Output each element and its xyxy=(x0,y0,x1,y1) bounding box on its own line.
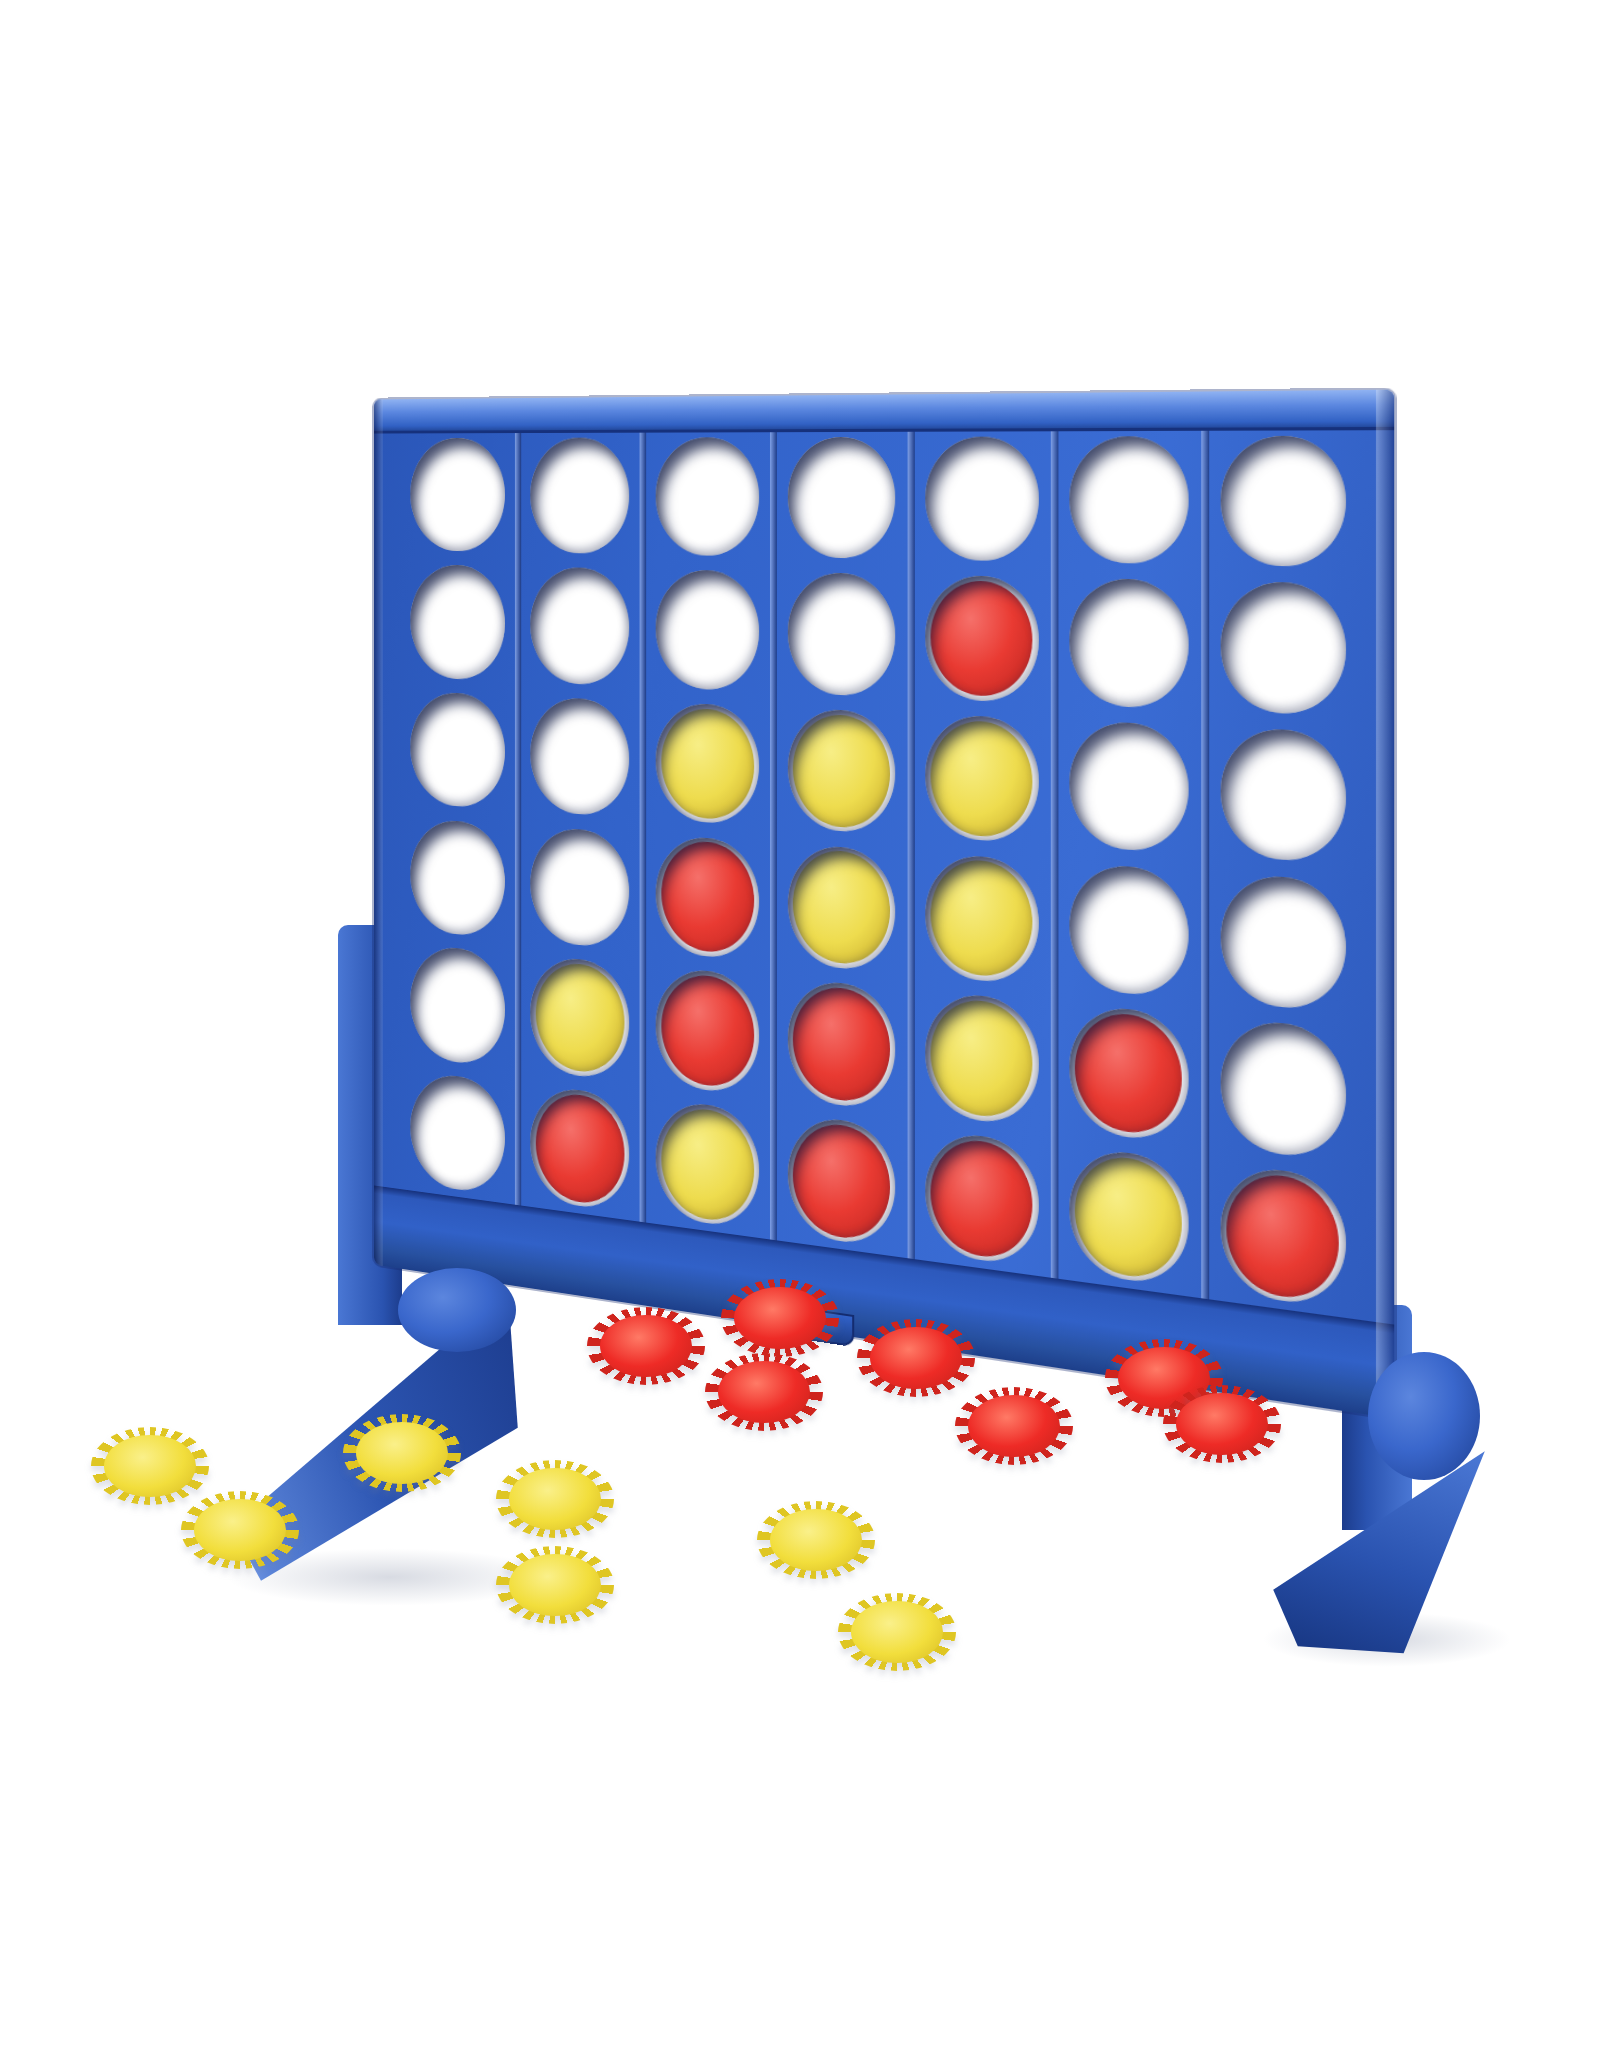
cell-r4c5[interactable] xyxy=(910,844,1054,995)
board-right-rim xyxy=(1376,390,1394,1419)
red-disc xyxy=(931,1135,1033,1262)
hole xyxy=(411,1071,505,1196)
cell-r5c1[interactable] xyxy=(398,936,518,1076)
cell-r5c7[interactable] xyxy=(1204,1008,1362,1171)
hole xyxy=(1069,436,1188,565)
cell-r4c3[interactable] xyxy=(643,826,774,970)
board-top-rail xyxy=(374,390,1394,434)
cell-r6c3[interactable] xyxy=(643,1090,774,1240)
hole xyxy=(411,818,505,939)
cell-r1c5[interactable] xyxy=(910,428,1054,570)
yellow-disc xyxy=(793,848,890,968)
right-leg-pivot xyxy=(1368,1352,1480,1480)
cell-r4c1[interactable] xyxy=(398,810,518,947)
cell-r1c3[interactable] xyxy=(643,429,774,564)
cell-r1c6[interactable] xyxy=(1054,428,1205,573)
hole xyxy=(1069,578,1188,709)
hole xyxy=(656,437,759,557)
gear-body xyxy=(509,1554,601,1616)
hole xyxy=(787,708,895,836)
cell-r3c6[interactable] xyxy=(1054,711,1205,863)
cell-r3c4[interactable] xyxy=(773,699,910,843)
hole xyxy=(1221,872,1346,1013)
hole xyxy=(925,991,1038,1127)
hole xyxy=(925,714,1038,845)
loose-yellow-disc[interactable] xyxy=(757,1501,875,1579)
hole xyxy=(1221,581,1346,716)
loose-red-disc[interactable] xyxy=(587,1307,705,1385)
cell-r2c4[interactable] xyxy=(773,564,910,705)
gear-body xyxy=(194,1499,286,1561)
hole xyxy=(531,567,630,686)
hole xyxy=(1221,435,1346,567)
loose-yellow-disc[interactable] xyxy=(496,1460,614,1538)
cell-r4c7[interactable] xyxy=(1204,863,1362,1022)
gear-body xyxy=(718,1361,810,1423)
cell-r6c7[interactable] xyxy=(1204,1153,1362,1320)
hole xyxy=(411,944,505,1067)
loose-red-disc[interactable] xyxy=(1163,1385,1281,1463)
yellow-disc xyxy=(793,713,890,830)
hole xyxy=(1069,720,1188,854)
cell-r1c1[interactable] xyxy=(398,430,518,559)
loose-red-disc[interactable] xyxy=(955,1387,1073,1465)
hole xyxy=(1221,1163,1346,1309)
yellow-disc xyxy=(661,707,754,821)
cell-r4c2[interactable] xyxy=(518,818,643,958)
cell-r3c1[interactable] xyxy=(398,683,518,817)
hole xyxy=(656,834,759,961)
hole xyxy=(1221,727,1346,865)
hole xyxy=(656,702,759,827)
loose-yellow-disc[interactable] xyxy=(838,1593,956,1671)
gear-body xyxy=(509,1468,601,1530)
gear-body xyxy=(851,1601,943,1663)
red-disc xyxy=(793,984,890,1106)
cell-r5c3[interactable] xyxy=(643,958,774,1105)
cell-r6c1[interactable] xyxy=(398,1062,518,1205)
red-disc xyxy=(661,839,754,956)
board-face xyxy=(374,390,1394,1419)
hole xyxy=(787,1114,895,1249)
cell-r5c4[interactable] xyxy=(773,970,910,1121)
hole xyxy=(531,696,630,818)
cell-r5c5[interactable] xyxy=(910,982,1054,1137)
yellow-disc xyxy=(535,960,624,1076)
board-left-rim xyxy=(374,399,383,1266)
hole xyxy=(1069,1146,1188,1288)
gear-body xyxy=(870,1327,962,1389)
cell-r3c5[interactable] xyxy=(910,705,1054,853)
red-disc xyxy=(931,580,1033,698)
cell-r3c2[interactable] xyxy=(518,689,643,826)
hole xyxy=(925,575,1038,703)
cell-r2c6[interactable] xyxy=(1054,570,1205,718)
red-disc xyxy=(793,1119,890,1243)
loose-red-disc[interactable] xyxy=(857,1319,975,1397)
cell-r5c6[interactable] xyxy=(1054,995,1205,1154)
gear-body xyxy=(104,1435,196,1497)
hole xyxy=(531,955,630,1081)
loose-yellow-disc[interactable] xyxy=(496,1546,614,1624)
connect-four-photo xyxy=(0,0,1600,2048)
cell-r6c2[interactable] xyxy=(518,1076,643,1222)
cell-r3c3[interactable] xyxy=(643,694,774,835)
left-leg-pivot xyxy=(398,1268,516,1352)
hole xyxy=(925,852,1038,985)
hole xyxy=(787,843,895,973)
cell-r6c4[interactable] xyxy=(773,1105,910,1259)
hole xyxy=(411,564,505,681)
board-grid xyxy=(398,427,1363,1320)
cell-r1c7[interactable] xyxy=(1204,427,1362,576)
yellow-disc xyxy=(931,996,1033,1121)
gear-body xyxy=(968,1395,1060,1457)
loose-yellow-disc[interactable] xyxy=(181,1491,299,1569)
hole xyxy=(787,436,895,559)
cell-r2c5[interactable] xyxy=(910,567,1054,711)
board xyxy=(340,395,1340,1335)
gear-body xyxy=(600,1315,692,1377)
loose-red-disc[interactable] xyxy=(721,1279,839,1357)
loose-yellow-disc[interactable] xyxy=(343,1414,461,1492)
hole xyxy=(531,437,630,554)
cell-r1c4[interactable] xyxy=(773,429,910,567)
hole xyxy=(656,569,759,691)
gear-body xyxy=(734,1287,826,1349)
cell-r6c6[interactable] xyxy=(1054,1136,1205,1298)
hole xyxy=(656,1099,759,1231)
hole xyxy=(411,691,505,810)
cell-r3c7[interactable] xyxy=(1204,718,1362,874)
cell-r2c3[interactable] xyxy=(643,562,774,700)
hole xyxy=(925,1130,1038,1269)
cell-r1c2[interactable] xyxy=(518,430,643,562)
cell-r6c5[interactable] xyxy=(910,1120,1054,1278)
red-disc xyxy=(661,972,754,1091)
hole xyxy=(1221,1018,1346,1162)
cell-r4c4[interactable] xyxy=(773,835,910,982)
red-disc xyxy=(1227,1169,1340,1303)
hole xyxy=(411,437,505,552)
gear-body xyxy=(356,1422,448,1484)
yellow-disc xyxy=(931,858,1033,981)
yellow-disc xyxy=(661,1104,754,1225)
gear-body xyxy=(770,1509,862,1571)
hole xyxy=(531,826,630,950)
hole xyxy=(787,978,895,1111)
yellow-disc xyxy=(931,719,1033,839)
gear-body xyxy=(1176,1393,1268,1455)
red-disc xyxy=(1075,1010,1182,1138)
loose-red-disc[interactable] xyxy=(705,1353,823,1431)
hole xyxy=(787,572,895,697)
hole xyxy=(531,1084,630,1213)
red-disc xyxy=(535,1090,624,1208)
yellow-disc xyxy=(1075,1152,1182,1283)
cell-r5c2[interactable] xyxy=(518,947,643,1090)
cell-r2c1[interactable] xyxy=(398,557,518,688)
hole xyxy=(925,436,1038,562)
hole xyxy=(1069,862,1188,999)
cell-r2c7[interactable] xyxy=(1204,573,1362,725)
hole xyxy=(1069,1004,1188,1144)
hole xyxy=(656,966,759,1095)
cell-r2c2[interactable] xyxy=(518,559,643,694)
cell-r4c6[interactable] xyxy=(1054,853,1205,1008)
